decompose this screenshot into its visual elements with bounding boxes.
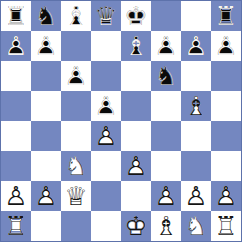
pawn-glyph-outline: ♙ xyxy=(31,181,61,211)
square-e3[interactable]: ♟♙ xyxy=(121,151,151,181)
pawn-glyph-outline: ♙ xyxy=(211,181,241,211)
white-pawn[interactable]: ♟♙ xyxy=(91,121,121,151)
square-c4[interactable] xyxy=(61,121,91,151)
white-knight[interactable]: ♞♘ xyxy=(181,211,211,241)
square-e4[interactable] xyxy=(121,121,151,151)
square-d5[interactable]: ♟♙ xyxy=(91,91,121,121)
pawn-glyph-outline: ♙ xyxy=(1,181,31,211)
pawn-glyph-outline: ♙ xyxy=(1,31,31,61)
square-f8[interactable] xyxy=(151,1,181,31)
bishop-glyph-outline: ♗ xyxy=(151,211,181,241)
knight-glyph-outline: ♘ xyxy=(181,211,211,241)
white-rook[interactable]: ♜♖ xyxy=(211,211,241,241)
square-g4[interactable] xyxy=(181,121,211,151)
black-pawn[interactable]: ♟♙ xyxy=(31,31,61,61)
square-b6[interactable] xyxy=(31,61,61,91)
white-pawn[interactable]: ♟♙ xyxy=(151,181,181,211)
pawn-glyph-outline: ♙ xyxy=(181,31,211,61)
square-b5[interactable] xyxy=(31,91,61,121)
pawn-glyph-outline: ♙ xyxy=(181,181,211,211)
square-a7[interactable]: ♟♙ xyxy=(1,31,31,61)
white-rook[interactable]: ♜♖ xyxy=(1,211,31,241)
knight-glyph-outline: ♘ xyxy=(31,1,61,31)
black-pawn[interactable]: ♟♙ xyxy=(61,61,91,91)
black-knight[interactable]: ♞♘ xyxy=(31,1,61,31)
square-f5[interactable] xyxy=(151,91,181,121)
square-g5[interactable]: ♝♗ xyxy=(181,91,211,121)
square-d1[interactable] xyxy=(91,211,121,241)
square-b7[interactable]: ♟♙ xyxy=(31,31,61,61)
white-bishop[interactable]: ♝♗ xyxy=(181,91,211,121)
square-c5[interactable] xyxy=(61,91,91,121)
bishop-glyph-outline: ♗ xyxy=(61,1,91,31)
square-a2[interactable]: ♟♙ xyxy=(1,181,31,211)
square-d8[interactable]: ♛♕ xyxy=(91,1,121,31)
square-g7[interactable]: ♟♙ xyxy=(181,31,211,61)
square-b1[interactable] xyxy=(31,211,61,241)
pawn-glyph-outline: ♙ xyxy=(151,31,181,61)
white-queen[interactable]: ♛♕ xyxy=(61,181,91,211)
square-h6[interactable] xyxy=(211,61,241,91)
square-c7[interactable] xyxy=(61,31,91,61)
square-e1[interactable]: ♚♔ xyxy=(121,211,151,241)
knight-glyph-outline: ♘ xyxy=(61,151,91,181)
square-d4[interactable]: ♟♙ xyxy=(91,121,121,151)
square-d7[interactable] xyxy=(91,31,121,61)
bishop-glyph-outline: ♗ xyxy=(121,31,151,61)
white-pawn[interactable]: ♟♙ xyxy=(181,181,211,211)
square-h7[interactable]: ♟♙ xyxy=(211,31,241,61)
queen-glyph-outline: ♕ xyxy=(61,181,91,211)
pawn-glyph-outline: ♙ xyxy=(91,121,121,151)
rook-glyph-outline: ♖ xyxy=(1,211,31,241)
square-e8[interactable]: ♚♔ xyxy=(121,1,151,31)
white-pawn[interactable]: ♟♙ xyxy=(1,181,31,211)
square-g8[interactable] xyxy=(181,1,211,31)
black-queen[interactable]: ♛♕ xyxy=(91,1,121,31)
white-pawn[interactable]: ♟♙ xyxy=(31,181,61,211)
square-g3[interactable] xyxy=(181,151,211,181)
square-f6[interactable]: ♞♘ xyxy=(151,61,181,91)
square-h2[interactable]: ♟♙ xyxy=(211,181,241,211)
king-glyph-outline: ♔ xyxy=(121,211,151,241)
black-pawn[interactable]: ♟♙ xyxy=(151,31,181,61)
black-rook[interactable]: ♜♖ xyxy=(211,1,241,31)
square-a5[interactable] xyxy=(1,91,31,121)
square-e2[interactable] xyxy=(121,181,151,211)
square-f2[interactable]: ♟♙ xyxy=(151,181,181,211)
bishop-glyph-outline: ♗ xyxy=(181,91,211,121)
white-knight[interactable]: ♞♘ xyxy=(61,151,91,181)
black-king[interactable]: ♚♔ xyxy=(121,1,151,31)
square-c2[interactable]: ♛♕ xyxy=(61,181,91,211)
black-pawn[interactable]: ♟♙ xyxy=(181,31,211,61)
pawn-glyph-outline: ♙ xyxy=(211,31,241,61)
queen-glyph-outline: ♕ xyxy=(91,1,121,31)
square-f4[interactable] xyxy=(151,121,181,151)
square-a3[interactable] xyxy=(1,151,31,181)
square-a4[interactable] xyxy=(1,121,31,151)
black-bishop[interactable]: ♝♗ xyxy=(121,31,151,61)
black-knight[interactable]: ♞♘ xyxy=(151,61,181,91)
square-h3[interactable] xyxy=(211,151,241,181)
white-pawn[interactable]: ♟♙ xyxy=(211,181,241,211)
square-d2[interactable] xyxy=(91,181,121,211)
rook-glyph-outline: ♖ xyxy=(211,211,241,241)
square-g1[interactable]: ♞♘ xyxy=(181,211,211,241)
square-h5[interactable] xyxy=(211,91,241,121)
pawn-glyph-outline: ♙ xyxy=(121,151,151,181)
square-f1[interactable]: ♝♗ xyxy=(151,211,181,241)
white-king[interactable]: ♚♔ xyxy=(121,211,151,241)
square-b8[interactable]: ♞♘ xyxy=(31,1,61,31)
chess-board: ♜♖♞♘♝♗♛♕♚♔♜♖♟♙♟♙♝♗♟♙♟♙♟♙♟♙♞♘♟♙♝♗♟♙♞♘♟♙♟♙… xyxy=(0,0,242,242)
square-g6[interactable] xyxy=(181,61,211,91)
square-c8[interactable]: ♝♗ xyxy=(61,1,91,31)
square-a8[interactable]: ♜♖ xyxy=(1,1,31,31)
black-pawn[interactable]: ♟♙ xyxy=(1,31,31,61)
white-bishop[interactable]: ♝♗ xyxy=(151,211,181,241)
square-c6[interactable]: ♟♙ xyxy=(61,61,91,91)
square-b2[interactable]: ♟♙ xyxy=(31,181,61,211)
square-d6[interactable] xyxy=(91,61,121,91)
square-f3[interactable] xyxy=(151,151,181,181)
square-b4[interactable] xyxy=(31,121,61,151)
square-f7[interactable]: ♟♙ xyxy=(151,31,181,61)
square-g2[interactable]: ♟♙ xyxy=(181,181,211,211)
pawn-glyph-outline: ♙ xyxy=(31,31,61,61)
black-bishop[interactable]: ♝♗ xyxy=(61,1,91,31)
white-pawn[interactable]: ♟♙ xyxy=(121,151,151,181)
square-d3[interactable] xyxy=(91,151,121,181)
square-h8[interactable]: ♜♖ xyxy=(211,1,241,31)
square-e7[interactable]: ♝♗ xyxy=(121,31,151,61)
knight-glyph-outline: ♘ xyxy=(151,61,181,91)
square-a6[interactable] xyxy=(1,61,31,91)
square-c1[interactable] xyxy=(61,211,91,241)
pawn-glyph-outline: ♙ xyxy=(61,61,91,91)
rook-glyph-outline: ♖ xyxy=(1,1,31,31)
square-h1[interactable]: ♜♖ xyxy=(211,211,241,241)
black-pawn[interactable]: ♟♙ xyxy=(91,91,121,121)
square-e5[interactable] xyxy=(121,91,151,121)
square-h4[interactable] xyxy=(211,121,241,151)
square-a1[interactable]: ♜♖ xyxy=(1,211,31,241)
square-e6[interactable] xyxy=(121,61,151,91)
black-pawn[interactable]: ♟♙ xyxy=(211,31,241,61)
square-c3[interactable]: ♞♘ xyxy=(61,151,91,181)
rook-glyph-outline: ♖ xyxy=(211,1,241,31)
square-b3[interactable] xyxy=(31,151,61,181)
black-rook[interactable]: ♜♖ xyxy=(1,1,31,31)
king-glyph-outline: ♔ xyxy=(121,1,151,31)
pawn-glyph-outline: ♙ xyxy=(151,181,181,211)
pawn-glyph-outline: ♙ xyxy=(91,91,121,121)
